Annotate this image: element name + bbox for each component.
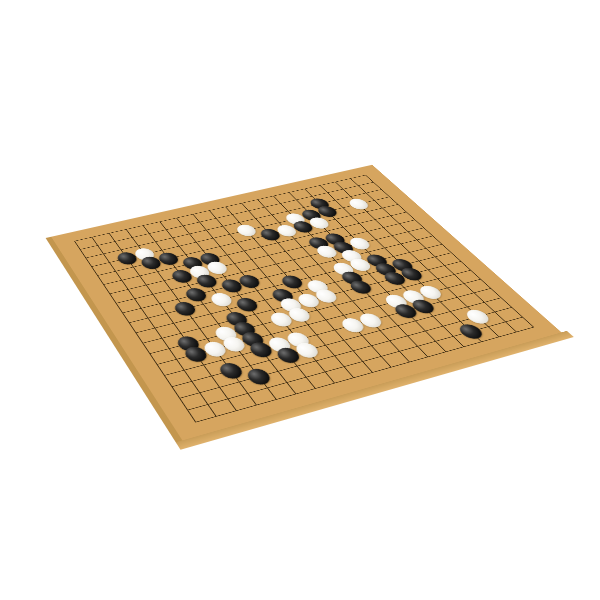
- white-stone[interactable]: [208, 291, 235, 308]
- white-stone[interactable]: [463, 308, 493, 326]
- black-stone[interactable]: [279, 274, 306, 290]
- black-stone[interactable]: [216, 361, 245, 381]
- go-board[interactable]: [51, 165, 561, 441]
- black-stone[interactable]: [172, 300, 199, 317]
- black-stone[interactable]: [233, 296, 260, 313]
- black-stone[interactable]: [244, 367, 274, 387]
- black-stone[interactable]: [183, 286, 210, 303]
- go-board-photo: [0, 0, 600, 600]
- black-stone[interactable]: [347, 279, 375, 295]
- white-stone[interactable]: [234, 223, 259, 237]
- black-stone[interactable]: [194, 273, 220, 289]
- white-stone[interactable]: [346, 197, 371, 210]
- black-stone[interactable]: [456, 323, 487, 341]
